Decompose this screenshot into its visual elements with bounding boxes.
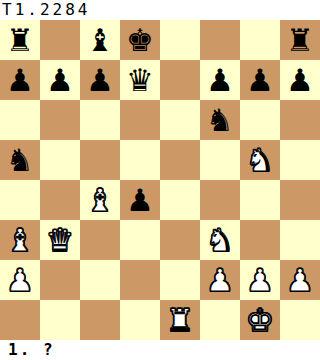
- square-g5[interactable]: ♞: [240, 140, 280, 180]
- puzzle-title: T1.2284: [0, 0, 320, 20]
- piece-black-knight[interactable]: ♞: [6, 140, 34, 180]
- square-b4[interactable]: [40, 180, 80, 220]
- square-e3[interactable]: [160, 220, 200, 260]
- square-e2[interactable]: [160, 260, 200, 300]
- piece-white-rook[interactable]: ♜: [166, 300, 194, 340]
- square-f4[interactable]: [200, 180, 240, 220]
- piece-white-bishop[interactable]: ♝: [86, 180, 114, 220]
- piece-white-pawn[interactable]: ♟: [206, 260, 234, 300]
- square-h1[interactable]: [280, 300, 320, 340]
- square-a7[interactable]: ♟: [0, 60, 40, 100]
- square-a1[interactable]: [0, 300, 40, 340]
- square-f3[interactable]: ♞: [200, 220, 240, 260]
- piece-black-pawn[interactable]: ♟: [6, 60, 34, 100]
- square-h6[interactable]: [280, 100, 320, 140]
- piece-white-king[interactable]: ♚: [246, 300, 274, 340]
- chess-puzzle-page: T1.2284 ♜♝♚♜♟♟♟♛♟♟♟♞♞♞♝♟♝♛♞♟♟♟♟♜♚ 1. ?: [0, 0, 320, 360]
- square-b6[interactable]: [40, 100, 80, 140]
- piece-white-pawn[interactable]: ♟: [286, 260, 314, 300]
- square-f2[interactable]: ♟: [200, 260, 240, 300]
- square-d2[interactable]: [120, 260, 160, 300]
- square-e5[interactable]: [160, 140, 200, 180]
- square-g6[interactable]: [240, 100, 280, 140]
- square-c3[interactable]: [80, 220, 120, 260]
- square-h3[interactable]: [280, 220, 320, 260]
- square-g2[interactable]: ♟: [240, 260, 280, 300]
- square-e7[interactable]: [160, 60, 200, 100]
- square-c7[interactable]: ♟: [80, 60, 120, 100]
- piece-black-rook[interactable]: ♜: [286, 20, 314, 60]
- piece-black-bishop[interactable]: ♝: [86, 20, 114, 60]
- square-g3[interactable]: [240, 220, 280, 260]
- piece-white-pawn[interactable]: ♟: [6, 260, 34, 300]
- square-d8[interactable]: ♚: [120, 20, 160, 60]
- square-b3[interactable]: ♛: [40, 220, 80, 260]
- square-e1[interactable]: ♜: [160, 300, 200, 340]
- square-b2[interactable]: [40, 260, 80, 300]
- piece-black-queen[interactable]: ♛: [126, 60, 154, 100]
- square-g8[interactable]: [240, 20, 280, 60]
- piece-black-knight[interactable]: ♞: [206, 100, 234, 140]
- square-h2[interactable]: ♟: [280, 260, 320, 300]
- square-b1[interactable]: [40, 300, 80, 340]
- square-f6[interactable]: ♞: [200, 100, 240, 140]
- square-a3[interactable]: ♝: [0, 220, 40, 260]
- square-h8[interactable]: ♜: [280, 20, 320, 60]
- piece-black-pawn[interactable]: ♟: [46, 60, 74, 100]
- chess-board: ♜♝♚♜♟♟♟♛♟♟♟♞♞♞♝♟♝♛♞♟♟♟♟♜♚: [0, 20, 320, 340]
- square-a4[interactable]: [0, 180, 40, 220]
- square-c2[interactable]: [80, 260, 120, 300]
- piece-white-knight[interactable]: ♞: [246, 140, 274, 180]
- square-e8[interactable]: [160, 20, 200, 60]
- square-g7[interactable]: ♟: [240, 60, 280, 100]
- square-c6[interactable]: [80, 100, 120, 140]
- square-b5[interactable]: [40, 140, 80, 180]
- square-h4[interactable]: [280, 180, 320, 220]
- piece-black-pawn[interactable]: ♟: [206, 60, 234, 100]
- square-d6[interactable]: [120, 100, 160, 140]
- square-d7[interactable]: ♛: [120, 60, 160, 100]
- square-f1[interactable]: [200, 300, 240, 340]
- square-d3[interactable]: [120, 220, 160, 260]
- square-d4[interactable]: ♟: [120, 180, 160, 220]
- square-d1[interactable]: [120, 300, 160, 340]
- piece-black-pawn[interactable]: ♟: [246, 60, 274, 100]
- piece-black-pawn[interactable]: ♟: [126, 180, 154, 220]
- square-c5[interactable]: [80, 140, 120, 180]
- piece-black-rook[interactable]: ♜: [6, 20, 34, 60]
- piece-white-pawn[interactable]: ♟: [246, 260, 274, 300]
- square-h5[interactable]: [280, 140, 320, 180]
- square-f7[interactable]: ♟: [200, 60, 240, 100]
- piece-black-pawn[interactable]: ♟: [86, 60, 114, 100]
- square-b7[interactable]: ♟: [40, 60, 80, 100]
- square-c8[interactable]: ♝: [80, 20, 120, 60]
- square-d5[interactable]: [120, 140, 160, 180]
- piece-white-queen[interactable]: ♛: [46, 220, 74, 260]
- square-c4[interactable]: ♝: [80, 180, 120, 220]
- piece-white-bishop[interactable]: ♝: [6, 220, 34, 260]
- square-a8[interactable]: ♜: [0, 20, 40, 60]
- square-e6[interactable]: [160, 100, 200, 140]
- move-prompt: 1. ?: [0, 340, 320, 360]
- square-g1[interactable]: ♚: [240, 300, 280, 340]
- piece-black-pawn[interactable]: ♟: [286, 60, 314, 100]
- square-a6[interactable]: [0, 100, 40, 140]
- square-g4[interactable]: [240, 180, 280, 220]
- piece-black-king[interactable]: ♚: [126, 20, 154, 60]
- square-h7[interactable]: ♟: [280, 60, 320, 100]
- square-c1[interactable]: [80, 300, 120, 340]
- square-a2[interactable]: ♟: [0, 260, 40, 300]
- square-f5[interactable]: [200, 140, 240, 180]
- square-e4[interactable]: [160, 180, 200, 220]
- square-f8[interactable]: [200, 20, 240, 60]
- square-b8[interactable]: [40, 20, 80, 60]
- square-a5[interactable]: ♞: [0, 140, 40, 180]
- piece-white-knight[interactable]: ♞: [206, 220, 234, 260]
